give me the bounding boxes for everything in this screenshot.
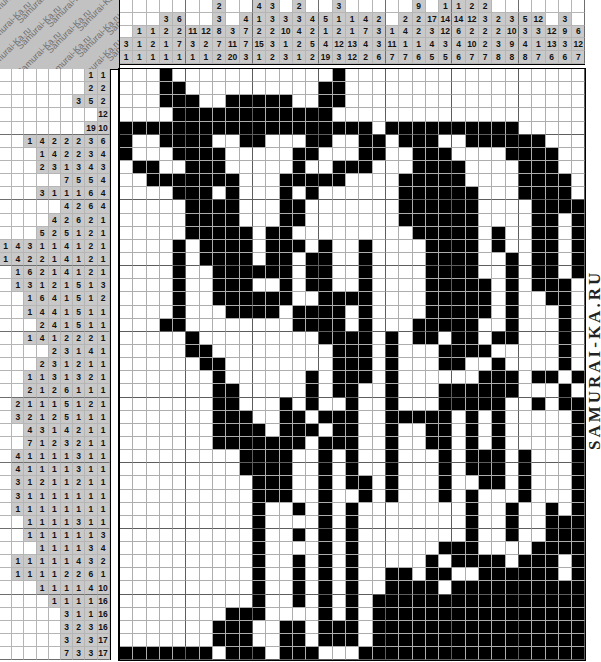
empty-cell[interactable] <box>147 82 160 95</box>
empty-cell[interactable] <box>280 319 293 332</box>
empty-cell[interactable] <box>266 608 279 621</box>
filled-cell[interactable] <box>319 595 332 608</box>
empty-cell[interactable] <box>160 437 173 450</box>
empty-cell[interactable] <box>532 529 545 542</box>
filled-cell[interactable] <box>359 306 372 319</box>
empty-cell[interactable] <box>519 529 532 542</box>
empty-cell[interactable] <box>346 647 359 660</box>
empty-cell[interactable] <box>147 148 160 161</box>
empty-cell[interactable] <box>373 306 386 319</box>
empty-cell[interactable] <box>546 108 559 121</box>
filled-cell[interactable] <box>319 542 332 555</box>
empty-cell[interactable] <box>572 292 585 305</box>
empty-cell[interactable] <box>147 227 160 240</box>
empty-cell[interactable] <box>226 319 239 332</box>
empty-cell[interactable] <box>120 82 133 95</box>
filled-cell[interactable] <box>426 581 439 594</box>
empty-cell[interactable] <box>200 621 213 634</box>
filled-cell[interactable] <box>506 581 519 594</box>
filled-cell[interactable] <box>253 122 266 135</box>
empty-cell[interactable] <box>133 306 146 319</box>
filled-cell[interactable] <box>346 476 359 489</box>
filled-cell[interactable] <box>506 634 519 647</box>
filled-cell[interactable] <box>253 568 266 581</box>
filled-cell[interactable] <box>452 187 465 200</box>
empty-cell[interactable] <box>200 398 213 411</box>
filled-cell[interactable] <box>452 306 465 319</box>
empty-cell[interactable] <box>186 463 199 476</box>
filled-cell[interactable] <box>226 279 239 292</box>
filled-cell[interactable] <box>386 450 399 463</box>
filled-cell[interactable] <box>319 279 332 292</box>
filled-cell[interactable] <box>532 595 545 608</box>
empty-cell[interactable] <box>120 345 133 358</box>
filled-cell[interactable] <box>240 135 253 148</box>
empty-cell[interactable] <box>359 108 372 121</box>
filled-cell[interactable] <box>213 634 226 647</box>
filled-cell[interactable] <box>266 476 279 489</box>
empty-cell[interactable] <box>160 306 173 319</box>
empty-cell[interactable] <box>386 161 399 174</box>
empty-cell[interactable] <box>519 95 532 108</box>
empty-cell[interactable] <box>359 69 372 82</box>
filled-cell[interactable] <box>213 161 226 174</box>
empty-cell[interactable] <box>519 292 532 305</box>
filled-cell[interactable] <box>346 529 359 542</box>
empty-cell[interactable] <box>439 503 452 516</box>
filled-cell[interactable] <box>572 490 585 503</box>
empty-cell[interactable] <box>492 306 505 319</box>
filled-cell[interactable] <box>386 647 399 660</box>
filled-cell[interactable] <box>213 240 226 253</box>
empty-cell[interactable] <box>266 174 279 187</box>
empty-cell[interactable] <box>492 174 505 187</box>
empty-cell[interactable] <box>519 516 532 529</box>
empty-cell[interactable] <box>186 634 199 647</box>
empty-cell[interactable] <box>253 384 266 397</box>
empty-cell[interactable] <box>226 135 239 148</box>
filled-cell[interactable] <box>280 476 293 489</box>
filled-cell[interactable] <box>240 411 253 424</box>
empty-cell[interactable] <box>373 292 386 305</box>
filled-cell[interactable] <box>399 200 412 213</box>
empty-cell[interactable] <box>426 503 439 516</box>
filled-cell[interactable] <box>319 450 332 463</box>
empty-cell[interactable] <box>519 319 532 332</box>
empty-cell[interactable] <box>506 398 519 411</box>
filled-cell[interactable] <box>519 463 532 476</box>
empty-cell[interactable] <box>452 411 465 424</box>
empty-cell[interactable] <box>492 200 505 213</box>
filled-cell[interactable] <box>226 266 239 279</box>
filled-cell[interactable] <box>386 398 399 411</box>
empty-cell[interactable] <box>173 516 186 529</box>
empty-cell[interactable] <box>253 621 266 634</box>
empty-cell[interactable] <box>133 463 146 476</box>
empty-cell[interactable] <box>359 450 372 463</box>
empty-cell[interactable] <box>160 581 173 594</box>
filled-cell[interactable] <box>280 122 293 135</box>
empty-cell[interactable] <box>133 279 146 292</box>
filled-cell[interactable] <box>333 437 346 450</box>
empty-cell[interactable] <box>147 608 160 621</box>
filled-cell[interactable] <box>426 319 439 332</box>
filled-cell[interactable] <box>200 122 213 135</box>
filled-cell[interactable] <box>173 266 186 279</box>
empty-cell[interactable] <box>266 411 279 424</box>
filled-cell[interactable] <box>373 135 386 148</box>
filled-cell[interactable] <box>240 634 253 647</box>
empty-cell[interactable] <box>413 424 426 437</box>
filled-cell[interactable] <box>426 122 439 135</box>
filled-cell[interactable] <box>413 411 426 424</box>
empty-cell[interactable] <box>306 292 319 305</box>
empty-cell[interactable] <box>160 542 173 555</box>
filled-cell[interactable] <box>133 647 146 660</box>
filled-cell[interactable] <box>293 240 306 253</box>
filled-cell[interactable] <box>226 608 239 621</box>
empty-cell[interactable] <box>399 345 412 358</box>
filled-cell[interactable] <box>546 200 559 213</box>
empty-cell[interactable] <box>373 384 386 397</box>
filled-cell[interactable] <box>306 135 319 148</box>
filled-cell[interactable] <box>346 122 359 135</box>
empty-cell[interactable] <box>572 135 585 148</box>
filled-cell[interactable] <box>160 135 173 148</box>
empty-cell[interactable] <box>120 358 133 371</box>
empty-cell[interactable] <box>359 555 372 568</box>
empty-cell[interactable] <box>266 398 279 411</box>
empty-cell[interactable] <box>373 450 386 463</box>
empty-cell[interactable] <box>253 82 266 95</box>
empty-cell[interactable] <box>559 95 572 108</box>
empty-cell[interactable] <box>240 214 253 227</box>
empty-cell[interactable] <box>492 266 505 279</box>
filled-cell[interactable] <box>452 608 465 621</box>
filled-cell[interactable] <box>280 279 293 292</box>
empty-cell[interactable] <box>226 82 239 95</box>
empty-cell[interactable] <box>253 240 266 253</box>
empty-cell[interactable] <box>452 424 465 437</box>
empty-cell[interactable] <box>559 135 572 148</box>
empty-cell[interactable] <box>226 161 239 174</box>
empty-cell[interactable] <box>120 306 133 319</box>
empty-cell[interactable] <box>213 503 226 516</box>
filled-cell[interactable] <box>413 122 426 135</box>
empty-cell[interactable] <box>386 253 399 266</box>
filled-cell[interactable] <box>333 122 346 135</box>
filled-cell[interactable] <box>559 200 572 213</box>
empty-cell[interactable] <box>546 424 559 437</box>
filled-cell[interactable] <box>572 503 585 516</box>
empty-cell[interactable] <box>333 555 346 568</box>
empty-cell[interactable] <box>386 529 399 542</box>
empty-cell[interactable] <box>160 529 173 542</box>
empty-cell[interactable] <box>253 227 266 240</box>
empty-cell[interactable] <box>386 279 399 292</box>
filled-cell[interactable] <box>213 122 226 135</box>
empty-cell[interactable] <box>306 240 319 253</box>
empty-cell[interactable] <box>120 476 133 489</box>
filled-cell[interactable] <box>266 108 279 121</box>
empty-cell[interactable] <box>240 568 253 581</box>
empty-cell[interactable] <box>413 306 426 319</box>
filled-cell[interactable] <box>426 437 439 450</box>
empty-cell[interactable] <box>479 200 492 213</box>
filled-cell[interactable] <box>280 450 293 463</box>
filled-cell[interactable] <box>319 266 332 279</box>
empty-cell[interactable] <box>452 529 465 542</box>
empty-cell[interactable] <box>173 529 186 542</box>
empty-cell[interactable] <box>373 122 386 135</box>
empty-cell[interactable] <box>293 542 306 555</box>
empty-cell[interactable] <box>559 266 572 279</box>
empty-cell[interactable] <box>426 345 439 358</box>
empty-cell[interactable] <box>373 187 386 200</box>
filled-cell[interactable] <box>346 595 359 608</box>
filled-cell[interactable] <box>426 135 439 148</box>
empty-cell[interactable] <box>439 581 452 594</box>
filled-cell[interactable] <box>240 240 253 253</box>
filled-cell[interactable] <box>333 82 346 95</box>
empty-cell[interactable] <box>519 542 532 555</box>
filled-cell[interactable] <box>399 174 412 187</box>
filled-cell[interactable] <box>319 437 332 450</box>
empty-cell[interactable] <box>439 108 452 121</box>
empty-cell[interactable] <box>280 69 293 82</box>
empty-cell[interactable] <box>147 476 160 489</box>
empty-cell[interactable] <box>147 292 160 305</box>
empty-cell[interactable] <box>359 634 372 647</box>
filled-cell[interactable] <box>466 240 479 253</box>
filled-cell[interactable] <box>186 332 199 345</box>
filled-cell[interactable] <box>426 647 439 660</box>
empty-cell[interactable] <box>253 161 266 174</box>
empty-cell[interactable] <box>253 279 266 292</box>
empty-cell[interactable] <box>280 148 293 161</box>
empty-cell[interactable] <box>479 108 492 121</box>
filled-cell[interactable] <box>532 161 545 174</box>
filled-cell[interactable] <box>319 411 332 424</box>
empty-cell[interactable] <box>186 555 199 568</box>
filled-cell[interactable] <box>319 253 332 266</box>
empty-cell[interactable] <box>213 135 226 148</box>
filled-cell[interactable] <box>200 214 213 227</box>
filled-cell[interactable] <box>466 424 479 437</box>
filled-cell[interactable] <box>439 542 452 555</box>
filled-cell[interactable] <box>373 148 386 161</box>
empty-cell[interactable] <box>333 398 346 411</box>
empty-cell[interactable] <box>466 174 479 187</box>
filled-cell[interactable] <box>559 292 572 305</box>
empty-cell[interactable] <box>133 634 146 647</box>
filled-cell[interactable] <box>160 69 173 82</box>
empty-cell[interactable] <box>120 108 133 121</box>
filled-cell[interactable] <box>293 200 306 213</box>
empty-cell[interactable] <box>133 621 146 634</box>
empty-cell[interactable] <box>147 398 160 411</box>
empty-cell[interactable] <box>186 384 199 397</box>
empty-cell[interactable] <box>186 581 199 594</box>
empty-cell[interactable] <box>359 227 372 240</box>
filled-cell[interactable] <box>186 135 199 148</box>
filled-cell[interactable] <box>293 319 306 332</box>
filled-cell[interactable] <box>399 621 412 634</box>
empty-cell[interactable] <box>386 82 399 95</box>
filled-cell[interactable] <box>479 568 492 581</box>
filled-cell[interactable] <box>293 647 306 660</box>
empty-cell[interactable] <box>492 187 505 200</box>
empty-cell[interactable] <box>306 450 319 463</box>
empty-cell[interactable] <box>413 437 426 450</box>
empty-cell[interactable] <box>373 398 386 411</box>
filled-cell[interactable] <box>479 608 492 621</box>
filled-cell[interactable] <box>479 306 492 319</box>
empty-cell[interactable] <box>200 437 213 450</box>
filled-cell[interactable] <box>333 95 346 108</box>
filled-cell[interactable] <box>293 424 306 437</box>
filled-cell[interactable] <box>253 266 266 279</box>
filled-cell[interactable] <box>559 529 572 542</box>
filled-cell[interactable] <box>293 621 306 634</box>
empty-cell[interactable] <box>426 463 439 476</box>
empty-cell[interactable] <box>346 69 359 82</box>
empty-cell[interactable] <box>532 82 545 95</box>
empty-cell[interactable] <box>173 437 186 450</box>
empty-cell[interactable] <box>133 108 146 121</box>
filled-cell[interactable] <box>452 542 465 555</box>
filled-cell[interactable] <box>319 529 332 542</box>
filled-cell[interactable] <box>386 581 399 594</box>
filled-cell[interactable] <box>306 647 319 660</box>
empty-cell[interactable] <box>240 358 253 371</box>
empty-cell[interactable] <box>120 568 133 581</box>
empty-cell[interactable] <box>333 647 346 660</box>
empty-cell[interactable] <box>506 95 519 108</box>
filled-cell[interactable] <box>200 227 213 240</box>
empty-cell[interactable] <box>200 503 213 516</box>
empty-cell[interactable] <box>479 174 492 187</box>
filled-cell[interactable] <box>319 292 332 305</box>
empty-cell[interactable] <box>133 371 146 384</box>
filled-cell[interactable] <box>439 490 452 503</box>
empty-cell[interactable] <box>293 608 306 621</box>
empty-cell[interactable] <box>492 108 505 121</box>
filled-cell[interactable] <box>519 621 532 634</box>
empty-cell[interactable] <box>133 581 146 594</box>
filled-cell[interactable] <box>572 463 585 476</box>
filled-cell[interactable] <box>479 595 492 608</box>
filled-cell[interactable] <box>186 95 199 108</box>
empty-cell[interactable] <box>426 371 439 384</box>
empty-cell[interactable] <box>173 463 186 476</box>
filled-cell[interactable] <box>466 227 479 240</box>
empty-cell[interactable] <box>559 437 572 450</box>
filled-cell[interactable] <box>559 174 572 187</box>
filled-cell[interactable] <box>306 108 319 121</box>
filled-cell[interactable] <box>506 332 519 345</box>
filled-cell[interactable] <box>532 148 545 161</box>
filled-cell[interactable] <box>240 292 253 305</box>
empty-cell[interactable] <box>479 95 492 108</box>
filled-cell[interactable] <box>226 437 239 450</box>
empty-cell[interactable] <box>120 608 133 621</box>
filled-cell[interactable] <box>173 95 186 108</box>
empty-cell[interactable] <box>147 240 160 253</box>
filled-cell[interactable] <box>226 384 239 397</box>
empty-cell[interactable] <box>492 148 505 161</box>
filled-cell[interactable] <box>559 319 572 332</box>
empty-cell[interactable] <box>546 398 559 411</box>
empty-cell[interactable] <box>413 568 426 581</box>
filled-cell[interactable] <box>160 122 173 135</box>
empty-cell[interactable] <box>266 516 279 529</box>
empty-cell[interactable] <box>293 266 306 279</box>
empty-cell[interactable] <box>226 371 239 384</box>
filled-cell[interactable] <box>319 608 332 621</box>
empty-cell[interactable] <box>306 332 319 345</box>
filled-cell[interactable] <box>359 266 372 279</box>
filled-cell[interactable] <box>532 555 545 568</box>
empty-cell[interactable] <box>426 108 439 121</box>
empty-cell[interactable] <box>413 358 426 371</box>
empty-cell[interactable] <box>413 253 426 266</box>
empty-cell[interactable] <box>492 214 505 227</box>
empty-cell[interactable] <box>253 200 266 213</box>
empty-cell[interactable] <box>532 411 545 424</box>
empty-cell[interactable] <box>373 516 386 529</box>
filled-cell[interactable] <box>359 122 372 135</box>
empty-cell[interactable] <box>186 595 199 608</box>
empty-cell[interactable] <box>559 122 572 135</box>
empty-cell[interactable] <box>266 542 279 555</box>
filled-cell[interactable] <box>466 200 479 213</box>
empty-cell[interactable] <box>133 542 146 555</box>
empty-cell[interactable] <box>399 371 412 384</box>
filled-cell[interactable] <box>213 358 226 371</box>
empty-cell[interactable] <box>213 542 226 555</box>
filled-cell[interactable] <box>280 621 293 634</box>
empty-cell[interactable] <box>373 358 386 371</box>
filled-cell[interactable] <box>386 490 399 503</box>
empty-cell[interactable] <box>333 529 346 542</box>
filled-cell[interactable] <box>346 608 359 621</box>
filled-cell[interactable] <box>200 187 213 200</box>
empty-cell[interactable] <box>226 345 239 358</box>
filled-cell[interactable] <box>333 332 346 345</box>
filled-cell[interactable] <box>519 634 532 647</box>
filled-cell[interactable] <box>572 595 585 608</box>
filled-cell[interactable] <box>452 174 465 187</box>
empty-cell[interactable] <box>147 253 160 266</box>
filled-cell[interactable] <box>466 542 479 555</box>
filled-cell[interactable] <box>213 398 226 411</box>
filled-cell[interactable] <box>413 634 426 647</box>
filled-cell[interactable] <box>572 253 585 266</box>
filled-cell[interactable] <box>186 108 199 121</box>
filled-cell[interactable] <box>532 371 545 384</box>
filled-cell[interactable] <box>173 253 186 266</box>
empty-cell[interactable] <box>200 555 213 568</box>
filled-cell[interactable] <box>200 135 213 148</box>
filled-cell[interactable] <box>426 595 439 608</box>
empty-cell[interactable] <box>186 82 199 95</box>
empty-cell[interactable] <box>293 371 306 384</box>
filled-cell[interactable] <box>186 161 199 174</box>
empty-cell[interactable] <box>519 279 532 292</box>
empty-cell[interactable] <box>386 95 399 108</box>
empty-cell[interactable] <box>386 69 399 82</box>
